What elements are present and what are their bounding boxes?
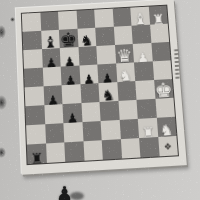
piece-black-r-a1[interactable]: ♜ xyxy=(30,151,43,166)
square-a5[interactable] xyxy=(24,68,43,88)
square-c7[interactable]: ♚ xyxy=(59,29,78,48)
square-h2[interactable]: ♞ xyxy=(156,117,176,137)
square-f4[interactable] xyxy=(117,81,137,101)
square-d8[interactable] xyxy=(76,10,95,29)
square-b6[interactable]: ♟ xyxy=(42,48,61,68)
square-b4[interactable]: ♟ xyxy=(43,85,62,105)
square-h4[interactable]: ♚ xyxy=(154,79,174,99)
square-b7[interactable]: ♝ xyxy=(41,30,60,49)
square-d7[interactable]: ♞ xyxy=(77,28,96,47)
square-f8[interactable] xyxy=(112,8,131,27)
square-f2[interactable] xyxy=(119,119,139,139)
square-g6[interactable]: ♟ xyxy=(133,43,153,62)
board-frame: ♝♜♝♚♞♟♟♛♟♟♟♟♞♟♞♚♟♜♞♜❖ xyxy=(16,0,187,175)
square-e1[interactable] xyxy=(102,139,122,159)
square-a6[interactable] xyxy=(23,49,42,69)
square-h3[interactable] xyxy=(155,98,175,118)
square-d3[interactable] xyxy=(81,102,101,122)
square-b2[interactable] xyxy=(45,123,65,143)
square-d4[interactable] xyxy=(80,83,100,103)
square-d1[interactable] xyxy=(83,140,103,161)
square-e6[interactable] xyxy=(96,45,115,64)
square-f1[interactable] xyxy=(120,138,140,158)
square-d6[interactable] xyxy=(78,46,97,66)
square-c1[interactable] xyxy=(64,141,84,162)
square-g8[interactable]: ♝ xyxy=(130,7,149,26)
square-f6[interactable]: ♛ xyxy=(114,44,133,63)
square-e7[interactable] xyxy=(95,27,114,46)
square-h6[interactable] xyxy=(151,42,171,61)
square-h7[interactable] xyxy=(150,24,170,43)
square-c6[interactable]: ♟ xyxy=(60,47,79,67)
square-g2[interactable]: ♜ xyxy=(138,118,158,138)
photo-blemish xyxy=(0,25,6,39)
edge-stamp-icon xyxy=(174,49,179,78)
square-e5[interactable]: ♟ xyxy=(97,63,116,83)
square-g5[interactable] xyxy=(134,61,154,81)
photo-scene: ♝♜♝♚♞♟♟♛♟♟♟♟♞♟♞♚♟♜♞♜❖ ♟ xyxy=(0,0,200,200)
square-c2[interactable] xyxy=(63,122,83,142)
photo-blemish xyxy=(0,147,6,158)
square-g1[interactable] xyxy=(139,137,159,157)
square-g4[interactable] xyxy=(135,80,155,100)
square-b3[interactable] xyxy=(44,104,63,124)
square-b5[interactable] xyxy=(42,67,61,87)
square-c5[interactable]: ♟ xyxy=(61,66,80,86)
square-d5[interactable]: ♟ xyxy=(79,65,98,85)
square-h1[interactable]: ❖ xyxy=(158,136,178,156)
square-g3[interactable] xyxy=(136,99,156,119)
square-f3[interactable] xyxy=(118,100,138,120)
square-e2[interactable] xyxy=(101,120,121,140)
board-grid: ♝♜♝♚♞♟♟♛♟♟♟♟♞♟♞♚♟♜♞♜❖ xyxy=(21,5,179,166)
square-e3[interactable] xyxy=(99,101,119,121)
square-c8[interactable] xyxy=(58,11,77,30)
square-h5[interactable] xyxy=(152,60,172,80)
square-a4[interactable] xyxy=(25,86,44,106)
chess-board: ♝♜♝♚♞♟♟♛♟♟♟♟♞♟♞♚♟♜♞♜❖ xyxy=(16,0,187,175)
square-g7[interactable] xyxy=(131,25,150,44)
square-f5[interactable]: ♞ xyxy=(116,62,136,82)
captured-piece-offboard: ♟ xyxy=(56,184,73,200)
square-a2[interactable] xyxy=(26,124,45,144)
square-a3[interactable] xyxy=(25,105,44,125)
square-b8[interactable] xyxy=(40,12,59,31)
photo-blemish xyxy=(0,95,7,110)
square-a7[interactable] xyxy=(23,31,42,50)
square-c4[interactable] xyxy=(62,84,81,104)
square-d2[interactable] xyxy=(82,121,102,141)
square-e4[interactable]: ♞ xyxy=(98,82,118,102)
square-h8[interactable]: ♜ xyxy=(148,6,167,25)
square-a8[interactable] xyxy=(22,13,41,32)
square-e8[interactable] xyxy=(94,9,113,28)
square-a1[interactable]: ♜ xyxy=(27,144,47,165)
photo-blemish xyxy=(10,17,15,22)
square-b1[interactable] xyxy=(46,142,66,163)
corner-emblem-icon: ❖ xyxy=(163,141,172,151)
square-c3[interactable]: ♟ xyxy=(62,103,82,123)
square-f7[interactable] xyxy=(113,26,132,45)
